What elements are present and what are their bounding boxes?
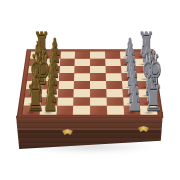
- square-f6: [57, 89, 74, 97]
- square-e4: [90, 81, 106, 89]
- square-f5: [74, 89, 90, 97]
- square-h1: ♜: [140, 106, 158, 115]
- chess-set-product-photo: ♜♟♟♜♞♟♟♞♝♟♟♝♛♟♟♛♚♟♟♚♝♟♟♝♞♟♟♞♜♟♟♜: [0, 0, 180, 180]
- square-d3: [105, 73, 121, 81]
- piece-black-brass-rook: ♜: [26, 81, 36, 115]
- chess-board: ♜♟♟♜♞♟♟♞♝♟♟♝♛♟♟♛♚♟♟♚♝♟♟♝♞♟♟♞♜♟♟♜: [17, 49, 164, 117]
- square-c6: [59, 66, 75, 73]
- board-grid: ♜♟♟♜♞♟♟♞♝♟♟♝♛♟♟♛♚♟♟♚♝♟♟♝♞♟♟♞♜♟♟♜: [22, 52, 157, 115]
- square-b4: [90, 59, 105, 66]
- square-a4: [90, 52, 105, 59]
- square-h4: [90, 106, 107, 115]
- square-g3: [106, 97, 123, 106]
- square-d4: [90, 73, 106, 81]
- square-a6: [60, 52, 75, 59]
- square-f3: [106, 89, 123, 97]
- square-a5: [75, 52, 90, 59]
- square-f4: [90, 89, 106, 97]
- square-e6: [58, 81, 74, 89]
- square-g6: [57, 97, 74, 106]
- square-b3: [105, 59, 120, 66]
- square-h2: ♟: [123, 106, 141, 115]
- square-g5: [73, 97, 90, 106]
- piece-white-silver-pawn: ♟: [127, 89, 137, 114]
- square-c3: [105, 66, 121, 73]
- square-h3: [107, 106, 124, 115]
- square-b6: [60, 59, 75, 66]
- square-h6: [56, 106, 73, 115]
- square-e3: [106, 81, 122, 89]
- square-b5: [75, 59, 90, 66]
- square-c5: [75, 66, 90, 73]
- square-g4: [90, 97, 107, 106]
- square-c4: [90, 66, 105, 73]
- square-d6: [59, 73, 75, 81]
- square-h8: ♜: [22, 106, 40, 115]
- piece-white-silver-rook: ♜: [144, 81, 154, 115]
- square-a3: [105, 52, 120, 59]
- square-e5: [74, 81, 90, 89]
- brass-clasp-icon: [138, 126, 149, 132]
- brass-clasp-icon: [62, 129, 73, 135]
- square-h5: [73, 106, 90, 115]
- square-d5: [74, 73, 90, 81]
